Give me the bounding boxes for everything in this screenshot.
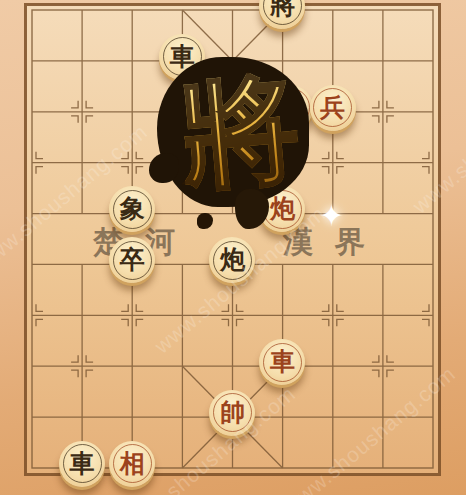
red-elephant[interactable]: 相: [109, 441, 155, 487]
ink-drip: [197, 213, 213, 229]
black-general-label: 將: [270, 0, 295, 18]
red-chariot-label: 車: [270, 349, 295, 374]
check-announcement-text: 將: [176, 69, 304, 197]
red-general[interactable]: 帥: [209, 390, 255, 436]
black-chariot-b[interactable]: 車: [59, 441, 105, 487]
xiangqi-game-screen: 楚河 漢界 將車馬兵卒象炮卒炮車帥車相 ✦ 將 www.shoushang.co…: [0, 0, 466, 495]
red-chariot[interactable]: 車: [259, 339, 305, 385]
red-elephant-label: 相: [120, 451, 145, 476]
black-cannon-label: 炮: [220, 247, 245, 272]
black-chariot-b-label: 車: [70, 451, 95, 476]
black-cannon[interactable]: 炮: [209, 237, 255, 283]
black-soldier[interactable]: 卒: [109, 237, 155, 283]
black-elephant-label: 象: [120, 196, 145, 221]
black-soldier-label: 卒: [120, 247, 145, 272]
check-overlay: 將: [145, 45, 335, 230]
red-general-label: 帥: [220, 400, 245, 425]
